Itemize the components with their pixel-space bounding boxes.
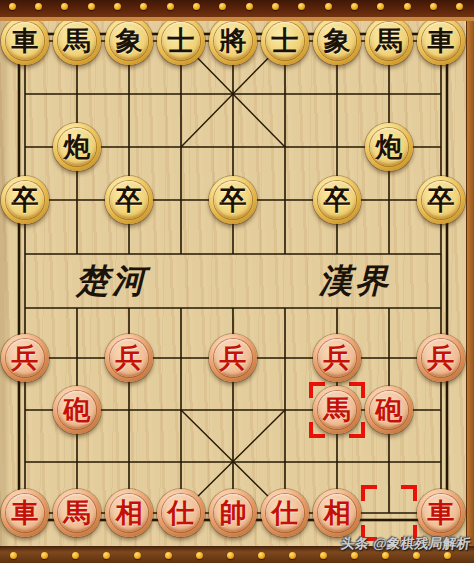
- piece-black-elephant-g0[interactable]: 象: [313, 17, 361, 65]
- piece-red-soldier-i6[interactable]: 兵: [417, 334, 465, 382]
- piece-black-chariot-a0[interactable]: 車: [1, 17, 49, 65]
- gold-stud-icon: [167, 3, 174, 10]
- piece-character: 象: [105, 17, 153, 65]
- piece-character: 相: [105, 489, 153, 537]
- piece-red-advisor-f9[interactable]: 仕: [261, 489, 309, 537]
- piece-character: 砲: [365, 386, 413, 434]
- piece-character: 卒: [417, 176, 465, 224]
- piece-character: 兵: [105, 334, 153, 382]
- piece-black-advisor-d0[interactable]: 士: [157, 17, 205, 65]
- gold-stud-icon: [444, 552, 451, 559]
- gold-stud-icon: [320, 552, 327, 559]
- gold-stud-icon: [193, 3, 200, 10]
- piece-red-soldier-a6[interactable]: 兵: [1, 334, 49, 382]
- gold-stud-icon: [134, 552, 141, 559]
- piece-black-soldier-i3[interactable]: 卒: [417, 176, 465, 224]
- piece-black-cannon-b2[interactable]: 炮: [53, 123, 101, 171]
- piece-character: 兵: [209, 334, 257, 382]
- piece-black-chariot-i0[interactable]: 車: [417, 17, 465, 65]
- top-frame-strip: [0, 0, 474, 21]
- river-label-chu: 楚河: [57, 259, 167, 304]
- piece-red-general-e9[interactable]: 帥: [209, 489, 257, 537]
- gold-stud-icon: [219, 3, 226, 10]
- piece-character: 兵: [1, 334, 49, 382]
- piece-character: 炮: [53, 123, 101, 171]
- gold-stud-icon: [196, 552, 203, 559]
- gold-stud-icon: [227, 552, 234, 559]
- gold-stud-icon: [41, 552, 48, 559]
- gold-stud-icon: [103, 552, 110, 559]
- xiangqi-game-screen: 楚河 漢界 車馬象士將士象馬車炮炮卒卒卒卒卒兵兵兵兵兵砲馬砲車馬相仕帥仕相車 头…: [0, 0, 474, 563]
- piece-character: 車: [1, 17, 49, 65]
- gold-stud-icon: [140, 3, 147, 10]
- piece-character: 車: [417, 17, 465, 65]
- piece-character: 馬: [365, 17, 413, 65]
- gold-stud-icon: [258, 552, 265, 559]
- gold-stud-icon: [351, 552, 358, 559]
- piece-black-elephant-c0[interactable]: 象: [105, 17, 153, 65]
- piece-character: 馬: [53, 17, 101, 65]
- gold-stud-icon: [165, 552, 172, 559]
- gold-stud-icon: [289, 552, 296, 559]
- piece-character: 卒: [105, 176, 153, 224]
- piece-black-horse-h0[interactable]: 馬: [365, 17, 413, 65]
- piece-red-chariot-i9[interactable]: 車: [417, 489, 465, 537]
- gold-stud-icon: [246, 3, 253, 10]
- piece-red-elephant-g9[interactable]: 相: [313, 489, 361, 537]
- gold-stud-icon: [35, 3, 42, 10]
- piece-character: 車: [417, 489, 465, 537]
- gold-stud-icon: [456, 3, 463, 10]
- piece-character: 仕: [261, 489, 309, 537]
- piece-character: 帥: [209, 489, 257, 537]
- piece-character: 馬: [53, 489, 101, 537]
- river-label-han: 漢界: [300, 259, 410, 304]
- piece-red-soldier-g6[interactable]: 兵: [313, 334, 361, 382]
- piece-character: 炮: [365, 123, 413, 171]
- piece-red-chariot-a9[interactable]: 車: [1, 489, 49, 537]
- piece-character: 砲: [53, 386, 101, 434]
- gold-stud-icon: [404, 3, 411, 10]
- piece-character: 兵: [313, 334, 361, 382]
- piece-character: 象: [313, 17, 361, 65]
- piece-red-elephant-c9[interactable]: 相: [105, 489, 153, 537]
- gold-stud-icon: [413, 552, 420, 559]
- gold-stud-icon: [10, 552, 17, 559]
- piece-character: 卒: [313, 176, 361, 224]
- gold-stud-icon: [351, 3, 358, 10]
- piece-black-cannon-h2[interactable]: 炮: [365, 123, 413, 171]
- piece-black-advisor-f0[interactable]: 士: [261, 17, 309, 65]
- last-move-from-marker: [362, 486, 416, 540]
- piece-character: 兵: [417, 334, 465, 382]
- watermark-text: 头条 @象棋残局解析: [340, 535, 472, 553]
- piece-character: 士: [261, 17, 309, 65]
- gold-stud-icon: [61, 3, 68, 10]
- gold-stud-icon: [377, 3, 384, 10]
- piece-character: 車: [1, 489, 49, 537]
- piece-character: 士: [157, 17, 205, 65]
- piece-character: 馬: [313, 386, 361, 434]
- piece-character: 將: [209, 17, 257, 65]
- gold-stud-icon: [9, 3, 16, 10]
- piece-red-advisor-d9[interactable]: 仕: [157, 489, 205, 537]
- piece-black-soldier-g3[interactable]: 卒: [313, 176, 361, 224]
- piece-red-horse-b9[interactable]: 馬: [53, 489, 101, 537]
- piece-character: 仕: [157, 489, 205, 537]
- gold-stud-icon: [88, 3, 95, 10]
- gold-stud-icon: [272, 3, 279, 10]
- piece-black-soldier-a3[interactable]: 卒: [1, 176, 49, 224]
- piece-red-soldier-c6[interactable]: 兵: [105, 334, 153, 382]
- piece-red-soldier-e6[interactable]: 兵: [209, 334, 257, 382]
- gold-stud-icon: [430, 3, 437, 10]
- piece-character: 卒: [1, 176, 49, 224]
- gold-stud-icon: [72, 552, 79, 559]
- piece-black-general-e0[interactable]: 將: [209, 17, 257, 65]
- piece-black-soldier-c3[interactable]: 卒: [105, 176, 153, 224]
- piece-red-horse-g7[interactable]: 馬: [313, 386, 361, 434]
- piece-character: 卒: [209, 176, 257, 224]
- piece-character: 相: [313, 489, 361, 537]
- piece-red-cannon-b7[interactable]: 砲: [53, 386, 101, 434]
- gold-stud-icon: [382, 552, 389, 559]
- gold-stud-icon: [114, 3, 121, 10]
- piece-black-horse-b0[interactable]: 馬: [53, 17, 101, 65]
- gold-stud-icon: [325, 3, 332, 10]
- gold-stud-icon: [298, 3, 305, 10]
- piece-red-cannon-h7[interactable]: 砲: [365, 386, 413, 434]
- piece-black-soldier-e3[interactable]: 卒: [209, 176, 257, 224]
- right-frame-strip: [466, 17, 474, 546]
